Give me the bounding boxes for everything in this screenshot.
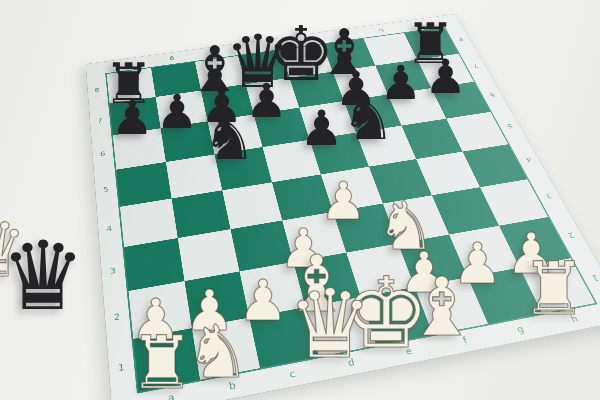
file-label-top-b: b [378,28,384,33]
file-label-top-f: f [213,50,217,55]
file-label-bottom-h: h [569,314,579,323]
rank-label-right-7: 7 [472,63,479,68]
rank-label-left-8: 8 [94,87,99,93]
rank-label-right-8: 8 [457,37,464,42]
chessboard-photo-scene: ahbgcfdeedfcgbha1122334455667788 ♜♝♚♛♝♟♟… [0,0,600,400]
file-label-bottom-c: c [289,369,297,379]
spare-white-queen: ♛ [0,210,70,288]
square-a1 [133,328,200,391]
file-label-bottom-b: b [228,381,236,392]
file-label-top-g: g [169,56,175,61]
file-label-top-d: d [296,39,302,44]
rank-label-left-3: 3 [110,267,117,276]
file-label-top-a: a [418,22,424,27]
file-label-bottom-g: g [515,325,525,335]
rank-label-left-1: 1 [118,362,125,372]
rank-label-right-2: 2 [566,231,575,239]
file-label-top-e: e [255,44,261,49]
file-label-bottom-f: f [462,336,469,345]
rank-label-right-3: 3 [545,192,554,199]
square-b1 [192,318,260,380]
rank-label-left-2: 2 [113,312,120,321]
rank-label-left-5: 5 [103,186,109,193]
rank-label-left-6: 6 [100,151,106,158]
file-label-top-c: c [338,33,344,38]
board-grid [107,28,596,392]
rank-label-right-4: 4 [524,156,532,163]
rank-label-left-4: 4 [106,225,112,233]
board-border: ahbgcfdeedfcgbha1122334455667788 [85,14,600,400]
rank-label-left-7: 7 [97,118,103,124]
rank-label-right-1: 1 [590,274,600,283]
file-label-bottom-d: d [347,357,356,367]
file-label-bottom-a: a [167,392,175,400]
rank-label-right-5: 5 [506,123,514,129]
chess-board: ahbgcfdeedfcgbha1122334455667788 [85,14,600,400]
file-label-top-h: h [125,62,130,67]
file-label-bottom-e: e [404,346,413,356]
rank-label-right-6: 6 [489,92,497,98]
